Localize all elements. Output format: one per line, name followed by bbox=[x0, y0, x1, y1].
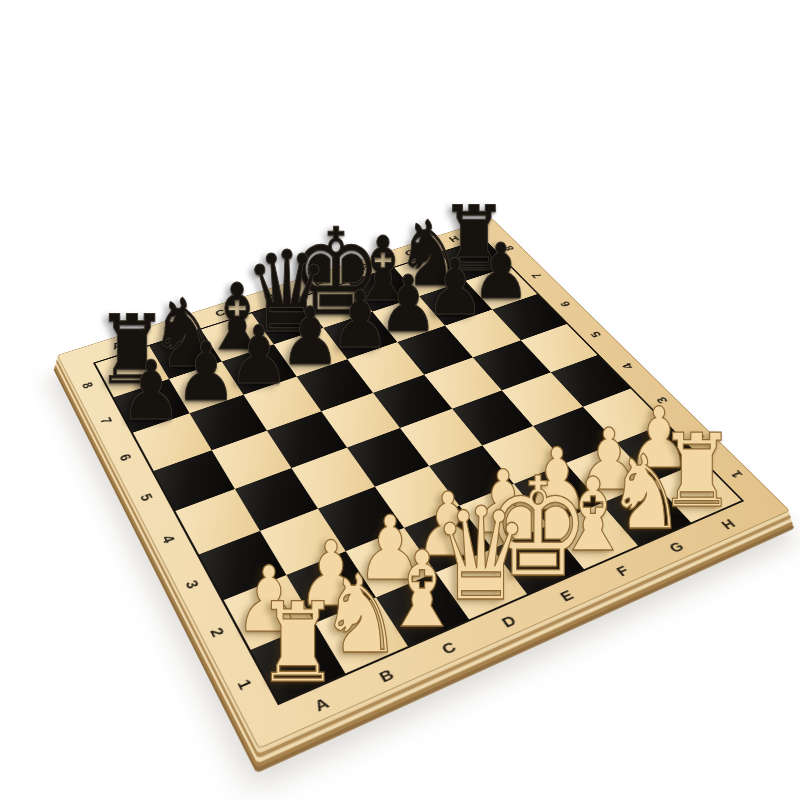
chess-board: ABCDEFGH ABCDEFGH 87654321 87654321 bbox=[57, 218, 790, 749]
product-photo-stage: ABCDEFGH ABCDEFGH 87654321 87654321 ♜♞♝♛… bbox=[0, 0, 800, 800]
board-grid bbox=[93, 238, 744, 705]
chess-board-scene: ABCDEFGH ABCDEFGH 87654321 87654321 bbox=[130, 158, 670, 698]
